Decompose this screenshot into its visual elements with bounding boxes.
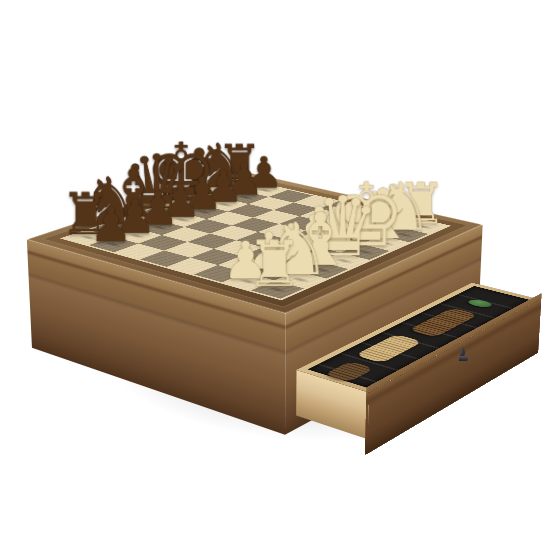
white-rook-glyph: ♜ xyxy=(237,237,313,291)
board-3d-stage: ♜♟♟♜♞♟♟♞♝♟♟♝♚♟♟♚♛♟♟♛♝♟♟♝♞♟♟♞♜♟♟♜ xyxy=(106,80,410,384)
black-pawn-glyph: ♟ xyxy=(76,204,146,245)
chess-case: ♜♟♟♜♞♟♟♞♝♟♟♝♚♟♟♚♛♟♟♛♝♟♟♝♞♟♟♞♜♟♟♜ xyxy=(41,173,469,307)
chess-set-photo: ♜♟♟♜♞♟♟♞♝♟♟♝♚♟♟♚♛♟♟♛♝♟♟♝♞♟♟♞♜♟♟♜ xyxy=(0,0,550,550)
